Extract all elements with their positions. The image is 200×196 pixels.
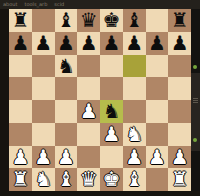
- square-c1[interactable]: ♝: [55, 168, 78, 191]
- black-pawn: ♟: [55, 32, 78, 55]
- black-pawn: ♟: [77, 32, 100, 55]
- white-rook: ♜: [9, 168, 32, 191]
- square-d3[interactable]: [77, 123, 100, 146]
- white-pawn: ♟: [55, 146, 78, 169]
- menu-item-tools-arb[interactable]: tools_arb: [24, 0, 47, 9]
- square-f8[interactable]: ♝: [123, 9, 146, 32]
- square-e8[interactable]: ♚: [100, 9, 123, 32]
- square-f2[interactable]: ♟: [123, 146, 146, 169]
- square-b6[interactable]: [32, 55, 55, 78]
- black-pawn: ♟: [9, 32, 32, 55]
- square-a1[interactable]: ♜: [9, 168, 32, 191]
- square-d6[interactable]: [77, 55, 100, 78]
- square-b7[interactable]: ♟: [32, 32, 55, 55]
- square-c6[interactable]: ♞: [55, 55, 78, 78]
- square-h1[interactable]: ♜: [168, 168, 191, 191]
- white-rook: ♜: [168, 168, 191, 191]
- square-b5[interactable]: [32, 77, 55, 100]
- square-h5[interactable]: [168, 77, 191, 100]
- white-bishop: ♝: [55, 168, 78, 191]
- square-b2[interactable]: ♟: [32, 146, 55, 169]
- square-f3[interactable]: ♞: [123, 123, 146, 146]
- black-pawn: ♟: [168, 32, 191, 55]
- square-c7[interactable]: ♟: [55, 32, 78, 55]
- square-f5[interactable]: [123, 77, 146, 100]
- square-a6[interactable]: [9, 55, 32, 78]
- square-h3[interactable]: [168, 123, 191, 146]
- square-e3[interactable]: ♟: [100, 123, 123, 146]
- white-pawn: ♟: [100, 123, 123, 146]
- black-pawn: ♟: [32, 32, 55, 55]
- black-pawn: ♟: [146, 32, 169, 55]
- square-b8[interactable]: [32, 9, 55, 32]
- square-g8[interactable]: [146, 9, 169, 32]
- square-b3[interactable]: [32, 123, 55, 146]
- square-e2[interactable]: [100, 146, 123, 169]
- black-pawn: ♟: [123, 32, 146, 55]
- square-b4[interactable]: [32, 100, 55, 123]
- square-b1[interactable]: ♞: [32, 168, 55, 191]
- menu-bar: about tools_arb scid: [0, 0, 200, 9]
- square-g2[interactable]: ♟: [146, 146, 169, 169]
- black-pawn: ♟: [100, 32, 123, 55]
- square-c5[interactable]: [55, 77, 78, 100]
- white-bishop: ♝: [123, 168, 146, 191]
- bottom-edge-strip: [0, 191, 200, 196]
- square-g5[interactable]: [146, 77, 169, 100]
- square-d5[interactable]: [77, 77, 100, 100]
- white-pawn: ♟: [146, 146, 169, 169]
- white-king: ♚: [100, 168, 123, 191]
- square-c8[interactable]: ♝: [55, 9, 78, 32]
- square-d2[interactable]: [77, 146, 100, 169]
- black-knight: ♞: [55, 55, 78, 78]
- square-f7[interactable]: ♟: [123, 32, 146, 55]
- square-e7[interactable]: ♟: [100, 32, 123, 55]
- chess-app-window: about tools_arb scid ♜♝♛♚♝♜♟♟♟♟♟♟♟♟♞♟♞♟♞…: [0, 0, 200, 196]
- white-pawn: ♟: [123, 146, 146, 169]
- square-e6[interactable]: [100, 55, 123, 78]
- status-green-dot-top: [193, 65, 197, 69]
- white-pawn: ♟: [9, 146, 32, 169]
- square-g6[interactable]: [146, 55, 169, 78]
- black-bishop: ♝: [123, 9, 146, 32]
- menu-item-about[interactable]: about: [3, 0, 17, 9]
- menu-item-scid[interactable]: scid: [54, 0, 64, 9]
- square-e1[interactable]: ♚: [100, 168, 123, 191]
- black-king: ♚: [100, 9, 123, 32]
- square-g1[interactable]: [146, 168, 169, 191]
- hamburger-icon[interactable]: [193, 98, 198, 103]
- square-a4[interactable]: [9, 100, 32, 123]
- square-g3[interactable]: [146, 123, 169, 146]
- white-pawn: ♟: [168, 146, 191, 169]
- square-d8[interactable]: ♛: [77, 9, 100, 32]
- square-e5[interactable]: [100, 77, 123, 100]
- square-g7[interactable]: ♟: [146, 32, 169, 55]
- status-green-dot-bottom: [193, 138, 197, 142]
- right-sidebar: [191, 9, 200, 196]
- square-h6[interactable]: [168, 55, 191, 78]
- square-a2[interactable]: ♟: [9, 146, 32, 169]
- square-d7[interactable]: ♟: [77, 32, 100, 55]
- white-pawn: ♟: [32, 146, 55, 169]
- white-knight: ♞: [123, 123, 146, 146]
- black-knight: ♞: [100, 100, 123, 123]
- left-edge-strip: [0, 9, 9, 196]
- square-f1[interactable]: ♝: [123, 168, 146, 191]
- white-queen: ♛: [77, 168, 100, 191]
- square-d4[interactable]: ♟: [77, 100, 100, 123]
- square-c4[interactable]: [55, 100, 78, 123]
- square-h2[interactable]: ♟: [168, 146, 191, 169]
- square-h4[interactable]: [168, 100, 191, 123]
- square-g4[interactable]: [146, 100, 169, 123]
- square-h7[interactable]: ♟: [168, 32, 191, 55]
- square-a3[interactable]: [9, 123, 32, 146]
- square-c3[interactable]: [55, 123, 78, 146]
- square-h8[interactable]: ♜: [168, 9, 191, 32]
- white-pawn: ♟: [77, 100, 100, 123]
- black-bishop: ♝: [55, 9, 78, 32]
- square-a7[interactable]: ♟: [9, 32, 32, 55]
- chess-board: ♜♝♛♚♝♜♟♟♟♟♟♟♟♟♞♟♞♟♞♟♟♟♟♟♟♜♞♝♛♚♝♜: [9, 9, 191, 191]
- square-f6[interactable]: [123, 55, 146, 78]
- square-e4[interactable]: ♞: [100, 100, 123, 123]
- square-d1[interactable]: ♛: [77, 168, 100, 191]
- black-rook: ♜: [9, 9, 32, 32]
- square-a8[interactable]: ♜: [9, 9, 32, 32]
- black-rook: ♜: [168, 9, 191, 32]
- black-queen: ♛: [77, 9, 100, 32]
- square-c2[interactable]: ♟: [55, 146, 78, 169]
- square-f4[interactable]: [123, 100, 146, 123]
- square-a5[interactable]: [9, 77, 32, 100]
- white-knight: ♞: [32, 168, 55, 191]
